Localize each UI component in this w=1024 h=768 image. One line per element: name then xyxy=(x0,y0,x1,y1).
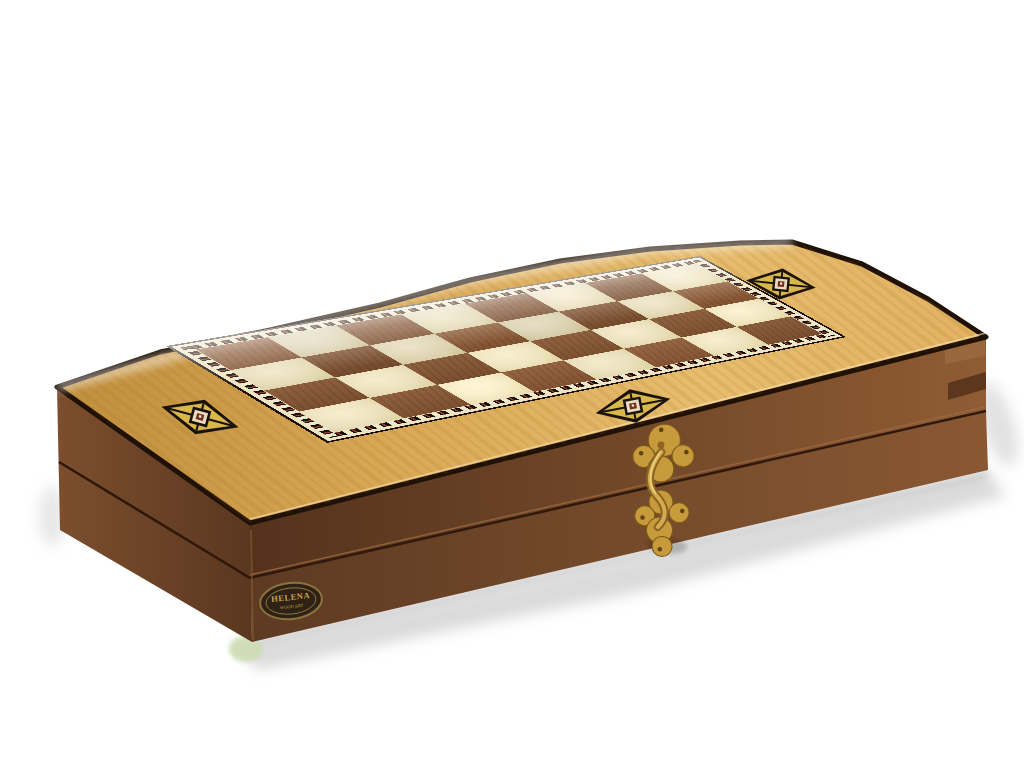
product-photo: HELENA WOOD ART xyxy=(0,0,1024,768)
